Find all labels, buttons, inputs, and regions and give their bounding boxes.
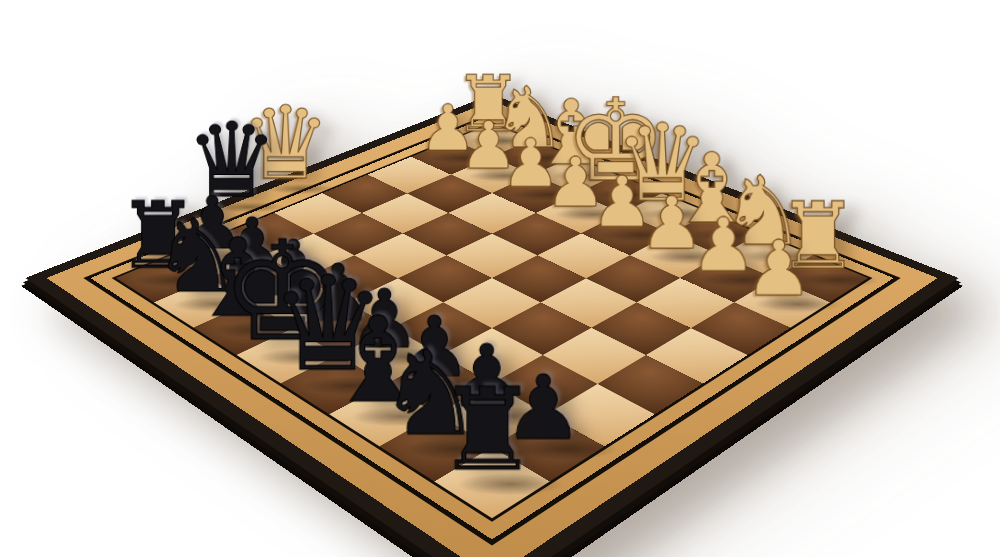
square-a8: ♜ (434, 447, 550, 519)
black-rook-icon: ♜ (375, 376, 598, 484)
chess-board-3d: ♜♞♝♚♛♝♞♜♟♟♟♟♟♟♟♟♟♟♟♟♟♟♟♟♜♞♝♚♛♝♞♜ ♛ ♛ (25, 94, 958, 557)
square-e4 (446, 233, 538, 278)
chess-board-grid: ♜♞♝♚♛♝♞♜♟♟♟♟♟♟♟♟♟♟♟♟♟♟♟♟♜♞♝♚♛♝♞♜ (116, 123, 868, 518)
board-molded-edge: ♜♞♝♚♛♝♞♜♟♟♟♟♟♟♟♟♟♟♟♟♟♟♟♟♜♞♝♚♛♝♞♜ ♛ ♛ (25, 94, 958, 557)
field-inlay-line: ♜♞♝♚♛♝♞♜♟♟♟♟♟♟♟♟♟♟♟♟♟♟♟♟♜♞♝♚♛♝♞♜ (112, 122, 873, 522)
board-cast-shadow: ♜♞♝♚♛♝♞♜♟♟♟♟♟♟♟♟♟♟♟♟♟♟♟♟♜♞♝♚♛♝♞♜ ♛ ♛ (162, 0, 822, 557)
white-pawn-icon: ♟ (686, 232, 871, 304)
product-photo-scene: ♜♞♝♚♛♝♞♜♟♟♟♟♟♟♟♟♟♟♟♟♟♟♟♟♜♞♝♚♛♝♞♜ ♛ ♛ (0, 0, 1000, 557)
board-maple-border: ♜♞♝♚♛♝♞♜♟♟♟♟♟♟♟♟♟♟♟♟♟♟♟♟♜♞♝♚♛♝♞♜ ♛ ♛ (47, 101, 938, 557)
